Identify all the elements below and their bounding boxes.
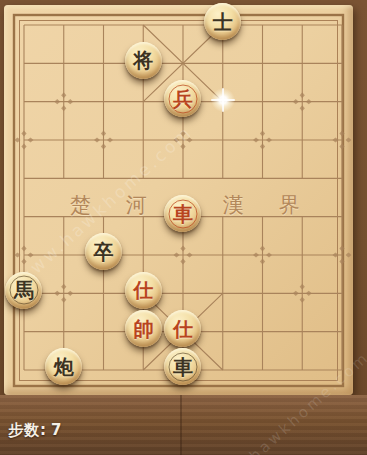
xiangqi-board: 楚 河 漢 界 士将兵車卒馬仕帥仕炮車 <box>4 5 353 395</box>
piece-character: 兵 <box>173 89 193 109</box>
piece-black-general[interactable]: 将 <box>125 42 162 79</box>
move-sparkle-effect <box>210 87 236 113</box>
piece-character: 仕 <box>133 280 153 300</box>
piece-black-cannon[interactable]: 炮 <box>45 348 82 385</box>
game-screen: 楚 河 漢 界 士将兵車卒馬仕帥仕炮車 步数:7 www.hawkhome.co… <box>0 0 367 455</box>
piece-black-advisor[interactable]: 士 <box>204 3 241 40</box>
step-counter: 步数:7 <box>8 421 62 440</box>
piece-character: 車 <box>173 204 193 224</box>
piece-character: 炮 <box>54 357 74 377</box>
piece-character: 車 <box>173 357 193 377</box>
piece-red-chariot[interactable]: 車 <box>164 195 201 232</box>
piece-black-chariot[interactable]: 車 <box>164 348 201 385</box>
piece-red-advisor[interactable]: 仕 <box>164 310 201 347</box>
piece-red-soldier[interactable]: 兵 <box>164 80 201 117</box>
piece-black-horse[interactable]: 馬 <box>5 272 42 309</box>
piece-character: 将 <box>133 50 153 70</box>
piece-character: 卒 <box>93 242 113 262</box>
piece-character: 帥 <box>133 319 153 339</box>
step-counter-value: 7 <box>51 421 62 439</box>
piece-character: 士 <box>213 12 233 32</box>
piece-character: 仕 <box>173 319 193 339</box>
piece-red-advisor[interactable]: 仕 <box>125 272 162 309</box>
pieces-layer: 士将兵車卒馬仕帥仕炮車 <box>4 6 362 389</box>
step-counter-label: 步数: <box>8 421 51 439</box>
piece-red-general[interactable]: 帥 <box>125 310 162 347</box>
piece-black-soldier[interactable]: 卒 <box>85 233 122 270</box>
piece-character: 馬 <box>14 280 34 300</box>
